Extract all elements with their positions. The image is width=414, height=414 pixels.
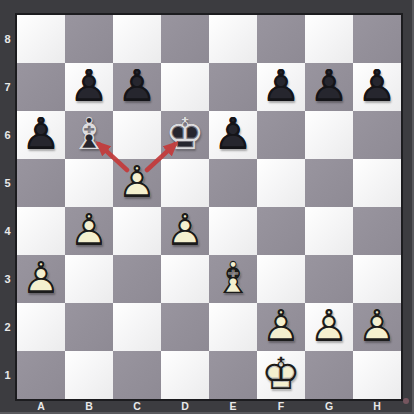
square-g8[interactable]	[305, 15, 353, 63]
square-g3[interactable]	[305, 255, 353, 303]
piece-black-bishop-outline: ♗	[65, 111, 113, 159]
square-b7[interactable]: ♟♙	[65, 63, 113, 111]
square-f7[interactable]: ♟♙	[257, 63, 305, 111]
piece-black-pawn: ♟	[113, 63, 161, 111]
piece-black-pawn-outline: ♙	[65, 63, 113, 111]
square-f2[interactable]: ♟♙	[257, 303, 305, 351]
square-e8[interactable]	[209, 15, 257, 63]
piece-white-bishop-outline: ♗	[209, 255, 257, 303]
piece-white-pawn-outline: ♙	[161, 207, 209, 255]
square-f1[interactable]: ♚♔	[257, 351, 305, 399]
square-c6[interactable]	[113, 111, 161, 159]
piece-black-pawn-outline: ♙	[305, 63, 353, 111]
file-label-b: B	[65, 399, 113, 414]
piece-black-pawn: ♟	[209, 111, 257, 159]
piece-white-pawn: ♟	[113, 159, 161, 207]
square-d8[interactable]	[161, 15, 209, 63]
square-b8[interactable]	[65, 15, 113, 63]
square-d5[interactable]	[161, 159, 209, 207]
square-h1[interactable]	[353, 351, 401, 399]
square-h8[interactable]	[353, 15, 401, 63]
piece-black-pawn-outline: ♙	[257, 63, 305, 111]
file-label-f: F	[257, 399, 305, 414]
square-c8[interactable]	[113, 15, 161, 63]
square-b5[interactable]	[65, 159, 113, 207]
rank-label-5: 5	[0, 159, 15, 207]
piece-black-pawn-outline: ♙	[353, 63, 401, 111]
piece-white-pawn: ♟	[305, 303, 353, 351]
square-a4[interactable]	[17, 207, 65, 255]
piece-white-pawn: ♟	[257, 303, 305, 351]
square-a1[interactable]	[17, 351, 65, 399]
square-c2[interactable]	[113, 303, 161, 351]
rank-label-1: 1	[0, 351, 15, 399]
piece-black-pawn-outline: ♙	[113, 63, 161, 111]
rank-label-4: 4	[0, 207, 15, 255]
square-b2[interactable]	[65, 303, 113, 351]
square-g6[interactable]	[305, 111, 353, 159]
piece-white-pawn: ♟	[353, 303, 401, 351]
rank-label-8: 8	[0, 15, 15, 63]
piece-white-king: ♚	[257, 351, 305, 399]
square-e6[interactable]: ♟♙	[209, 111, 257, 159]
square-d4[interactable]: ♟♙	[161, 207, 209, 255]
piece-black-pawn: ♟	[17, 111, 65, 159]
piece-white-pawn-outline: ♙	[17, 255, 65, 303]
corner-dot	[403, 398, 409, 404]
chess-diagram-frame: ♟♙♟♙♟♙♟♙♟♙♟♙♝♗♚♔♟♙♟♙♟♙♟♙♟♙♝♗♟♙♟♙♟♙♚♔ 876…	[0, 0, 414, 414]
file-label-g: G	[305, 399, 353, 414]
square-e1[interactable]	[209, 351, 257, 399]
piece-black-king-outline: ♔	[161, 111, 209, 159]
piece-white-pawn-outline: ♙	[65, 207, 113, 255]
square-a3[interactable]: ♟♙	[17, 255, 65, 303]
square-b1[interactable]	[65, 351, 113, 399]
square-c7[interactable]: ♟♙	[113, 63, 161, 111]
file-label-h: H	[353, 399, 401, 414]
square-d6[interactable]: ♚♔	[161, 111, 209, 159]
square-a2[interactable]	[17, 303, 65, 351]
square-g2[interactable]: ♟♙	[305, 303, 353, 351]
square-f3[interactable]	[257, 255, 305, 303]
piece-black-bishop: ♝	[65, 111, 113, 159]
square-f6[interactable]	[257, 111, 305, 159]
square-c5[interactable]: ♟♙	[113, 159, 161, 207]
piece-white-pawn: ♟	[17, 255, 65, 303]
square-a5[interactable]	[17, 159, 65, 207]
piece-black-pawn-outline: ♙	[209, 111, 257, 159]
piece-white-pawn-outline: ♙	[257, 303, 305, 351]
file-label-d: D	[161, 399, 209, 414]
square-h7[interactable]: ♟♙	[353, 63, 401, 111]
piece-white-bishop: ♝	[209, 255, 257, 303]
piece-black-pawn: ♟	[257, 63, 305, 111]
square-e3[interactable]: ♝♗	[209, 255, 257, 303]
square-e5[interactable]	[209, 159, 257, 207]
file-label-c: C	[113, 399, 161, 414]
square-d1[interactable]	[161, 351, 209, 399]
square-h5[interactable]	[353, 159, 401, 207]
square-e4[interactable]	[209, 207, 257, 255]
rank-label-3: 3	[0, 255, 15, 303]
piece-black-pawn: ♟	[305, 63, 353, 111]
square-h6[interactable]	[353, 111, 401, 159]
square-d7[interactable]	[161, 63, 209, 111]
file-label-a: A	[17, 399, 65, 414]
rank-label-7: 7	[0, 63, 15, 111]
piece-white-pawn: ♟	[65, 207, 113, 255]
rank-label-2: 2	[0, 303, 15, 351]
square-a6[interactable]: ♟♙	[17, 111, 65, 159]
square-g7[interactable]: ♟♙	[305, 63, 353, 111]
square-e2[interactable]	[209, 303, 257, 351]
square-b3[interactable]	[65, 255, 113, 303]
piece-white-pawn-outline: ♙	[113, 159, 161, 207]
square-f8[interactable]	[257, 15, 305, 63]
square-d2[interactable]	[161, 303, 209, 351]
rank-label-6: 6	[0, 111, 15, 159]
square-g5[interactable]	[305, 159, 353, 207]
piece-black-pawn: ♟	[353, 63, 401, 111]
square-b6[interactable]: ♝♗	[65, 111, 113, 159]
square-h2[interactable]: ♟♙	[353, 303, 401, 351]
piece-black-pawn-outline: ♙	[17, 111, 65, 159]
piece-white-pawn: ♟	[161, 207, 209, 255]
square-g1[interactable]	[305, 351, 353, 399]
square-c1[interactable]	[113, 351, 161, 399]
square-c3[interactable]	[113, 255, 161, 303]
piece-black-pawn: ♟	[65, 63, 113, 111]
square-f4[interactable]	[257, 207, 305, 255]
square-c4[interactable]	[113, 207, 161, 255]
piece-white-pawn-outline: ♙	[305, 303, 353, 351]
piece-black-king: ♚	[161, 111, 209, 159]
square-h4[interactable]	[353, 207, 401, 255]
square-d3[interactable]	[161, 255, 209, 303]
chess-board: ♟♙♟♙♟♙♟♙♟♙♟♙♝♗♚♔♟♙♟♙♟♙♟♙♟♙♝♗♟♙♟♙♟♙♚♔	[15, 13, 403, 401]
file-label-e: E	[209, 399, 257, 414]
square-b4[interactable]: ♟♙	[65, 207, 113, 255]
piece-white-king-outline: ♔	[257, 351, 305, 399]
square-a8[interactable]	[17, 15, 65, 63]
square-h3[interactable]	[353, 255, 401, 303]
square-g4[interactable]	[305, 207, 353, 255]
square-a7[interactable]	[17, 63, 65, 111]
piece-white-pawn-outline: ♙	[353, 303, 401, 351]
square-f5[interactable]	[257, 159, 305, 207]
square-e7[interactable]	[209, 63, 257, 111]
